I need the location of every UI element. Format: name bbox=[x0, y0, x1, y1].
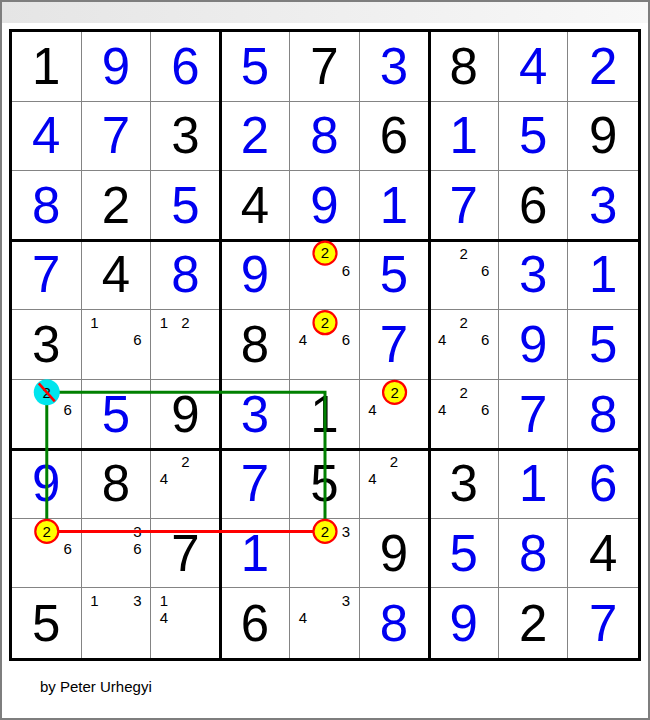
cell-r2c1[interactable]: 4 bbox=[12, 102, 82, 172]
cell-r8c3[interactable]: 7 bbox=[151, 519, 221, 589]
cell-r3c6[interactable]: 1 bbox=[360, 171, 430, 241]
solved-digit: 8 bbox=[12, 171, 81, 240]
cell-r1c3[interactable]: 6 bbox=[151, 32, 221, 102]
cell-r1c1[interactable]: 1 bbox=[12, 32, 82, 102]
solved-digit: 2 bbox=[221, 102, 290, 171]
cell-r9c3[interactable]: 14 bbox=[151, 588, 221, 658]
candidate-digit: 2 bbox=[175, 453, 197, 470]
candidate-digit: 2 bbox=[383, 384, 405, 401]
cell-r5c7[interactable]: 246 bbox=[429, 310, 499, 380]
solved-digit: 7 bbox=[12, 241, 81, 310]
given-digit: 8 bbox=[82, 449, 151, 518]
solved-digit: 9 bbox=[12, 449, 81, 518]
candidate-digit: 2 bbox=[453, 384, 475, 401]
cell-r9c5[interactable]: 34 bbox=[290, 588, 360, 658]
candidate-digit: 6 bbox=[127, 540, 149, 557]
candidates-grid: 24 bbox=[153, 453, 218, 504]
solved-digit: 7 bbox=[82, 102, 151, 171]
solved-digit: 1 bbox=[360, 171, 429, 240]
candidate-digit: 1 bbox=[84, 314, 106, 331]
cell-r7c4[interactable]: 7 bbox=[221, 449, 291, 519]
solved-digit: 3 bbox=[499, 241, 568, 310]
cell-r6c8[interactable]: 7 bbox=[499, 380, 569, 450]
cell-r2c3[interactable]: 3 bbox=[151, 102, 221, 172]
cell-r5c9[interactable]: 5 bbox=[568, 310, 638, 380]
cell-r1c8[interactable]: 4 bbox=[499, 32, 569, 102]
cell-r2c6[interactable]: 6 bbox=[360, 102, 430, 172]
candidate-digit: 3 bbox=[335, 592, 357, 609]
solved-digit: 8 bbox=[499, 519, 568, 588]
candidates-grid: 26 bbox=[431, 245, 496, 296]
given-digit: 9 bbox=[360, 519, 429, 588]
candidate-digit: 4 bbox=[362, 470, 384, 487]
given-digit: 2 bbox=[82, 171, 151, 240]
candidate-digit: 4 bbox=[362, 401, 384, 418]
given-digit: 9 bbox=[568, 102, 638, 171]
candidate-digit: 4 bbox=[431, 401, 453, 418]
cell-r9c2[interactable]: 13 bbox=[82, 588, 152, 658]
candidate-digit: 1 bbox=[153, 314, 175, 331]
solved-digit: 8 bbox=[290, 102, 359, 171]
candidate-digit: 2 bbox=[314, 523, 336, 540]
cell-r5c2[interactable]: 16 bbox=[82, 310, 152, 380]
solved-digit: 5 bbox=[151, 171, 220, 240]
cell-r1c4[interactable]: 5 bbox=[221, 32, 291, 102]
candidate-digit: 2 bbox=[314, 314, 336, 331]
solved-digit: 3 bbox=[360, 32, 429, 101]
cell-r3c4[interactable]: 4 bbox=[221, 171, 291, 241]
cell-r7c7[interactable]: 3 bbox=[429, 449, 499, 519]
solved-digit: 3 bbox=[568, 171, 638, 240]
cell-r8c7[interactable]: 5 bbox=[429, 519, 499, 589]
given-digit: 4 bbox=[82, 241, 151, 310]
solved-digit: 1 bbox=[499, 449, 568, 518]
candidates-grid: 24 bbox=[362, 453, 427, 504]
solved-digit: 8 bbox=[151, 241, 220, 310]
cell-r4c5[interactable]: 26 bbox=[290, 241, 360, 311]
given-digit: 4 bbox=[568, 519, 638, 588]
cell-r7c1[interactable]: 9 bbox=[12, 449, 82, 519]
cell-r4c9[interactable]: 1 bbox=[568, 241, 638, 311]
cell-r9c9[interactable]: 7 bbox=[568, 588, 638, 658]
cell-r6c5[interactable]: 1 bbox=[290, 380, 360, 450]
cell-r7c8[interactable]: 1 bbox=[499, 449, 569, 519]
cell-r3c3[interactable]: 5 bbox=[151, 171, 221, 241]
solved-digit: 5 bbox=[82, 380, 151, 449]
cell-r6c6[interactable]: 24 bbox=[360, 380, 430, 450]
candidate-digit: 3 bbox=[127, 523, 149, 540]
cell-r6c4[interactable]: 3 bbox=[221, 380, 291, 450]
candidate-digit: 1 bbox=[84, 592, 106, 609]
solved-digit: 5 bbox=[221, 32, 290, 101]
candidates-grid: 246 bbox=[292, 314, 357, 365]
cell-r8c1[interactable]: 26 bbox=[12, 519, 82, 589]
cell-r9c8[interactable]: 2 bbox=[499, 588, 569, 658]
cell-r9c4[interactable]: 6 bbox=[221, 588, 291, 658]
candidates-grid: 13 bbox=[84, 592, 149, 643]
solved-digit: 5 bbox=[360, 241, 429, 310]
solved-digit: 9 bbox=[290, 171, 359, 240]
cell-r6c9[interactable]: 8 bbox=[568, 380, 638, 450]
solved-digit: 8 bbox=[568, 380, 638, 449]
solved-digit: 4 bbox=[499, 32, 568, 101]
cell-r3c5[interactable]: 9 bbox=[290, 171, 360, 241]
solved-digit: 1 bbox=[221, 519, 290, 588]
sudoku-board: 222222 196573842473286159825491763748926… bbox=[9, 29, 641, 661]
solved-digit: 3 bbox=[221, 380, 290, 449]
cell-r2c7[interactable]: 1 bbox=[429, 102, 499, 172]
candidates-grid: 26 bbox=[292, 245, 357, 296]
cell-r8c8[interactable]: 8 bbox=[499, 519, 569, 589]
cell-r1c9[interactable]: 2 bbox=[568, 32, 638, 102]
solved-digit: 7 bbox=[360, 310, 429, 379]
candidate-digit: 4 bbox=[292, 331, 314, 348]
cell-r1c5[interactable]: 7 bbox=[290, 32, 360, 102]
cell-r3c1[interactable]: 8 bbox=[12, 171, 82, 241]
cell-r6c3[interactable]: 9 bbox=[151, 380, 221, 450]
solved-digit: 5 bbox=[429, 519, 498, 588]
solved-digit: 4 bbox=[12, 102, 81, 171]
cell-r7c9[interactable]: 6 bbox=[568, 449, 638, 519]
candidate-digit: 6 bbox=[474, 262, 496, 279]
solved-digit: 6 bbox=[568, 449, 638, 518]
cell-r2c5[interactable]: 8 bbox=[290, 102, 360, 172]
candidates-grid: 246 bbox=[431, 314, 496, 365]
solved-digit: 9 bbox=[499, 310, 568, 379]
solved-digit: 1 bbox=[429, 102, 498, 171]
solved-digit: 6 bbox=[151, 32, 220, 101]
cell-r4c7[interactable]: 26 bbox=[429, 241, 499, 311]
cell-r8c6[interactable]: 9 bbox=[360, 519, 430, 589]
solved-digit: 7 bbox=[221, 449, 290, 518]
solved-digit: 9 bbox=[429, 588, 498, 658]
solved-digit: 9 bbox=[221, 241, 290, 310]
candidates-grid: 26 bbox=[14, 384, 79, 435]
candidate-digit: 6 bbox=[57, 540, 79, 557]
candidate-digit: 2 bbox=[36, 384, 58, 401]
cell-r1c2[interactable]: 9 bbox=[82, 32, 152, 102]
cell-r3c9[interactable]: 3 bbox=[568, 171, 638, 241]
box-divider-horizontal-1 bbox=[12, 239, 638, 242]
cell-r7c5[interactable]: 5 bbox=[290, 449, 360, 519]
box-divider-horizontal-2 bbox=[12, 448, 638, 451]
given-digit: 8 bbox=[221, 310, 290, 379]
cell-r5c6[interactable]: 7 bbox=[360, 310, 430, 380]
cell-r5c1[interactable]: 3 bbox=[12, 310, 82, 380]
cell-r7c6[interactable]: 24 bbox=[360, 449, 430, 519]
given-digit: 3 bbox=[429, 449, 498, 518]
candidate-digit: 2 bbox=[314, 245, 336, 262]
solved-digit: 1 bbox=[568, 241, 638, 310]
candidate-digit: 2 bbox=[175, 314, 197, 331]
cell-r1c6[interactable]: 3 bbox=[360, 32, 430, 102]
candidate-digit: 4 bbox=[292, 609, 314, 626]
given-digit: 3 bbox=[12, 310, 81, 379]
cell-r4c4[interactable]: 9 bbox=[221, 241, 291, 311]
cell-r3c2[interactable]: 2 bbox=[82, 171, 152, 241]
candidates-grid: 26 bbox=[14, 523, 79, 574]
cell-r5c3[interactable]: 12 bbox=[151, 310, 221, 380]
given-digit: 7 bbox=[151, 519, 220, 588]
candidate-digit: 3 bbox=[335, 523, 357, 540]
cell-r2c4[interactable]: 2 bbox=[221, 102, 291, 172]
candidates-grid: 23 bbox=[292, 523, 357, 574]
candidate-digit: 2 bbox=[453, 314, 475, 331]
cell-r4c6[interactable]: 5 bbox=[360, 241, 430, 311]
byline: by Peter Urhegyi bbox=[40, 678, 152, 695]
cell-r8c4[interactable]: 1 bbox=[221, 519, 291, 589]
given-digit: 6 bbox=[360, 102, 429, 171]
given-digit: 5 bbox=[290, 449, 359, 518]
given-digit: 1 bbox=[12, 32, 81, 101]
candidate-digit: 2 bbox=[36, 523, 58, 540]
candidate-digit: 6 bbox=[335, 262, 357, 279]
cell-r6c2[interactable]: 5 bbox=[82, 380, 152, 450]
cell-r6c1[interactable]: 26 bbox=[12, 380, 82, 450]
cell-r9c7[interactable]: 9 bbox=[429, 588, 499, 658]
candidate-digit: 6 bbox=[474, 401, 496, 418]
candidate-digit: 6 bbox=[335, 331, 357, 348]
solved-digit: 5 bbox=[568, 310, 638, 379]
candidate-digit: 1 bbox=[153, 592, 175, 609]
cell-r3c7[interactable]: 7 bbox=[429, 171, 499, 241]
candidates-grid: 36 bbox=[84, 523, 149, 574]
cell-r3c8[interactable]: 6 bbox=[499, 171, 569, 241]
given-digit: 6 bbox=[221, 588, 290, 658]
cell-r7c2[interactable]: 8 bbox=[82, 449, 152, 519]
candidates-grid: 14 bbox=[153, 592, 218, 643]
given-digit: 6 bbox=[499, 171, 568, 240]
solved-digit: 9 bbox=[82, 32, 151, 101]
cell-r4c2[interactable]: 4 bbox=[82, 241, 152, 311]
given-digit: 7 bbox=[290, 32, 359, 101]
cell-r5c8[interactable]: 9 bbox=[499, 310, 569, 380]
given-digit: 8 bbox=[429, 32, 498, 101]
candidates-grid: 24 bbox=[362, 384, 427, 435]
cell-r1c7[interactable]: 8 bbox=[429, 32, 499, 102]
solved-digit: 5 bbox=[499, 102, 568, 171]
cell-r6c7[interactable]: 246 bbox=[429, 380, 499, 450]
candidate-digit: 4 bbox=[431, 331, 453, 348]
solved-digit: 8 bbox=[360, 588, 429, 658]
candidate-digit: 2 bbox=[383, 453, 405, 470]
cell-r9c1[interactable]: 5 bbox=[12, 588, 82, 658]
candidate-digit: 3 bbox=[127, 592, 149, 609]
cell-r5c4[interactable]: 8 bbox=[221, 310, 291, 380]
cell-r8c2[interactable]: 36 bbox=[82, 519, 152, 589]
cell-r4c3[interactable]: 8 bbox=[151, 241, 221, 311]
cell-r2c8[interactable]: 5 bbox=[499, 102, 569, 172]
candidates-grid: 12 bbox=[153, 314, 218, 365]
given-digit: 1 bbox=[290, 380, 359, 449]
cell-r2c9[interactable]: 9 bbox=[568, 102, 638, 172]
cell-r7c3[interactable]: 24 bbox=[151, 449, 221, 519]
given-digit: 4 bbox=[221, 171, 290, 240]
given-digit: 5 bbox=[12, 588, 81, 658]
candidate-digit: 6 bbox=[474, 331, 496, 348]
box-divider-vertical-1 bbox=[219, 32, 222, 658]
cell-r4c8[interactable]: 3 bbox=[499, 241, 569, 311]
cell-r9c6[interactable]: 8 bbox=[360, 588, 430, 658]
solved-digit: 2 bbox=[568, 32, 638, 101]
box-divider-vertical-2 bbox=[428, 32, 431, 658]
app-window: 222222 196573842473286159825491763748926… bbox=[0, 0, 650, 720]
cell-r8c9[interactable]: 4 bbox=[568, 519, 638, 589]
candidate-digit: 4 bbox=[153, 609, 175, 626]
given-digit: 2 bbox=[499, 588, 568, 658]
candidate-digit: 6 bbox=[127, 331, 149, 348]
solved-digit: 7 bbox=[568, 588, 638, 658]
candidates-grid: 34 bbox=[292, 592, 357, 643]
solved-digit: 7 bbox=[429, 171, 498, 240]
candidate-digit: 4 bbox=[153, 470, 175, 487]
given-digit: 9 bbox=[151, 380, 220, 449]
cell-r5c5[interactable]: 246 bbox=[290, 310, 360, 380]
candidates-grid: 16 bbox=[84, 314, 149, 365]
candidate-digit: 6 bbox=[57, 401, 79, 418]
given-digit: 3 bbox=[151, 102, 220, 171]
cell-r2c2[interactable]: 7 bbox=[82, 102, 152, 172]
solved-digit: 7 bbox=[499, 380, 568, 449]
candidate-digit: 2 bbox=[453, 245, 475, 262]
cell-r8c5[interactable]: 23 bbox=[290, 519, 360, 589]
title-bar bbox=[2, 2, 648, 23]
cell-r4c1[interactable]: 7 bbox=[12, 241, 82, 311]
candidates-grid: 246 bbox=[431, 384, 496, 435]
